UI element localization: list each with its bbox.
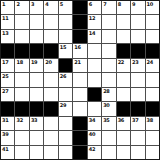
clue-number: 42	[89, 146, 95, 152]
crossword-cell-r7c9[interactable]	[117, 88, 130, 101]
blocked-cell-r8c11	[146, 102, 159, 115]
blocked-cell-r5c5	[59, 59, 72, 72]
crossword-cell-r10c10[interactable]	[131, 131, 144, 144]
clue-number: 15	[60, 44, 66, 50]
clue-number: 5	[60, 1, 63, 7]
crossword-cell-r8c7[interactable]	[88, 102, 101, 115]
blocked-cell-r2c6	[73, 15, 86, 28]
crossword-cell-r9c5[interactable]	[59, 117, 72, 130]
crossword-cell-r7c4[interactable]	[44, 88, 57, 101]
crossword-cell-r2c9[interactable]	[117, 15, 130, 28]
crossword-cell-r7c1[interactable]: 27	[1, 88, 14, 101]
clue-number: 41	[2, 146, 8, 152]
crossword-board: 1234567891011121314151617181920212223242…	[0, 0, 160, 160]
crossword-cell-r6c7[interactable]	[88, 73, 101, 86]
crossword-cell-r6c8[interactable]	[102, 73, 115, 86]
crossword-cell-r9c10[interactable]: 37	[131, 117, 144, 130]
crossword-cell-r7c10[interactable]	[131, 88, 144, 101]
crossword-cell-r5c9[interactable]: 22	[117, 59, 130, 72]
crossword-cell-r7c11[interactable]	[146, 88, 159, 101]
clue-number: 32	[16, 117, 22, 123]
crossword-cell-r10c5[interactable]	[59, 131, 72, 144]
blocked-cell-r4c9	[117, 44, 130, 57]
crossword-cell-r9c3[interactable]: 33	[30, 117, 43, 130]
blocked-cell-r10c6	[73, 131, 86, 144]
crossword-cell-r8c5[interactable]: 29	[59, 102, 72, 115]
crossword-cell-r3c7[interactable]: 14	[88, 30, 101, 43]
clue-number: 33	[31, 117, 37, 123]
crossword-cell-r5c6[interactable]: 21	[73, 59, 86, 72]
crossword-cell-r10c1[interactable]: 39	[1, 131, 14, 144]
crossword-cell-r7c2[interactable]	[15, 88, 28, 101]
crossword-cell-r11c4[interactable]	[44, 146, 57, 159]
crossword-cell-r11c3[interactable]	[30, 146, 43, 159]
clue-number: 3	[31, 1, 34, 7]
crossword-cell-r9c7[interactable]: 34	[88, 117, 101, 130]
blocked-cell-r1c6	[73, 1, 86, 14]
crossword-cell-r6c4[interactable]	[44, 73, 57, 86]
crossword-cell-r2c4[interactable]	[44, 15, 57, 28]
clue-number: 14	[89, 30, 95, 36]
clue-number: 34	[89, 117, 95, 123]
crossword-cell-r7c3[interactable]	[30, 88, 43, 101]
clue-number: 30	[103, 102, 109, 108]
crossword-cell-r1c1[interactable]: 1	[1, 1, 14, 14]
clue-number: 18	[16, 59, 22, 65]
crossword-cell-r2c3[interactable]	[30, 15, 43, 28]
clue-number: 12	[89, 15, 95, 21]
blocked-cell-r8c1	[1, 102, 14, 115]
clue-number: 10	[147, 1, 153, 7]
crossword-cell-r2c2[interactable]	[15, 15, 28, 28]
crossword-cell-r5c2[interactable]: 18	[15, 59, 28, 72]
crossword-cell-r1c3[interactable]: 3	[30, 1, 43, 14]
blocked-cell-r8c3	[30, 102, 43, 115]
crossword-cell-r3c1[interactable]: 13	[1, 30, 14, 43]
crossword-cell-r4c8[interactable]	[102, 44, 115, 57]
clue-number: 9	[132, 1, 135, 7]
clue-number: 20	[45, 59, 51, 65]
blocked-cell-r3c6	[73, 30, 86, 43]
crossword-cell-r3c3[interactable]	[30, 30, 43, 43]
clue-number: 24	[147, 59, 153, 65]
clue-number: 13	[2, 30, 8, 36]
crossword-cell-r11c5[interactable]	[59, 146, 72, 159]
clue-number: 1	[2, 1, 5, 7]
clue-number: 38	[147, 117, 153, 123]
crossword-cell-r10c11[interactable]	[146, 131, 159, 144]
crossword-cell-r5c1[interactable]: 17	[1, 59, 14, 72]
blocked-cell-r4c11	[146, 44, 159, 57]
crossword-cell-r6c10[interactable]	[131, 73, 144, 86]
crossword-cell-r2c8[interactable]	[102, 15, 115, 28]
crossword-cell-r2c10[interactable]	[131, 15, 144, 28]
crossword-cell-r10c9[interactable]	[117, 131, 130, 144]
crossword-cell-r3c10[interactable]	[131, 30, 144, 43]
crossword-cell-r1c4[interactable]: 4	[44, 1, 57, 14]
crossword-cell-r6c11[interactable]	[146, 73, 159, 86]
crossword-cell-r10c2[interactable]	[15, 131, 28, 144]
crossword-cell-r4c7[interactable]	[88, 44, 101, 57]
clue-number: 28	[103, 88, 109, 94]
blocked-cell-r8c9	[117, 102, 130, 115]
blocked-cell-r4c4	[44, 44, 57, 57]
clue-number: 27	[2, 88, 8, 94]
crossword-cell-r10c4[interactable]	[44, 131, 57, 144]
crossword-cell-r2c1[interactable]: 11	[1, 15, 14, 28]
crossword-cell-r7c5[interactable]	[59, 88, 72, 101]
crossword-cell-r5c11[interactable]: 24	[146, 59, 159, 72]
crossword-cell-r11c1[interactable]: 41	[1, 146, 14, 159]
crossword-cell-r11c11[interactable]	[146, 146, 159, 159]
crossword-cell-r3c2[interactable]	[15, 30, 28, 43]
clue-number: 6	[89, 1, 92, 7]
crossword-cell-r4c5[interactable]: 15	[59, 44, 72, 57]
clue-number: 36	[118, 117, 124, 123]
clue-number: 26	[60, 73, 66, 79]
crossword-cell-r8c8[interactable]: 30	[102, 102, 115, 115]
crossword-cell-r7c6[interactable]	[73, 88, 86, 101]
crossword-cell-r1c11[interactable]: 10	[146, 1, 159, 14]
crossword-cell-r5c7[interactable]	[88, 59, 101, 72]
crossword-cell-r3c5[interactable]	[59, 30, 72, 43]
clue-number: 17	[2, 59, 8, 65]
crossword-cell-r1c10[interactable]: 9	[131, 1, 144, 14]
crossword-cell-r3c11[interactable]	[146, 30, 159, 43]
blocked-cell-r4c3	[30, 44, 43, 57]
blocked-cell-r11c6	[73, 146, 86, 159]
clue-number: 21	[74, 59, 80, 65]
blocked-cell-r4c2	[15, 44, 28, 57]
crossword-cell-r9c8[interactable]: 35	[102, 117, 115, 130]
clue-number: 4	[45, 1, 48, 7]
clue-number: 39	[2, 131, 8, 137]
crossword-cell-r7c8[interactable]: 28	[102, 88, 115, 101]
blocked-cell-r8c10	[131, 102, 144, 115]
clue-number: 29	[60, 102, 66, 108]
crossword-cell-r1c9[interactable]: 8	[117, 1, 130, 14]
crossword-cell-r5c10[interactable]: 23	[131, 59, 144, 72]
crossword-cell-r1c7[interactable]: 6	[88, 1, 101, 14]
crossword-cell-r5c3[interactable]: 19	[30, 59, 43, 72]
crossword-cell-r4c6[interactable]: 16	[73, 44, 86, 57]
clue-number: 2	[16, 1, 19, 7]
clue-number: 25	[2, 73, 8, 79]
crossword-cell-r11c9[interactable]	[117, 146, 130, 159]
crossword-cell-r10c7[interactable]: 40	[88, 131, 101, 144]
clue-number: 16	[74, 44, 80, 50]
crossword-cell-r2c7[interactable]: 12	[88, 15, 101, 28]
crossword-cell-r6c5[interactable]: 26	[59, 73, 72, 86]
blocked-cell-r4c1	[1, 44, 14, 57]
crossword-cell-r6c9[interactable]	[117, 73, 130, 86]
clue-number: 19	[31, 59, 37, 65]
crossword-cell-r10c8[interactable]	[102, 131, 115, 144]
clue-number: 31	[2, 117, 8, 123]
crossword-cell-r6c6[interactable]	[73, 73, 86, 86]
crossword-cell-r2c5[interactable]	[59, 15, 72, 28]
crossword-cell-r3c8[interactable]	[102, 30, 115, 43]
crossword-cell-r3c4[interactable]	[44, 30, 57, 43]
crossword-cell-r3c9[interactable]	[117, 30, 130, 43]
crossword-cell-r5c8[interactable]	[102, 59, 115, 72]
crossword-cell-r1c8[interactable]: 7	[102, 1, 115, 14]
clue-number: 11	[2, 15, 8, 21]
crossword-cell-r9c1[interactable]: 31	[1, 117, 14, 130]
crossword-cell-r5c4[interactable]: 20	[44, 59, 57, 72]
crossword-cell-r9c11[interactable]: 38	[146, 117, 159, 130]
clue-number: 40	[89, 131, 95, 137]
crossword-cell-r11c2[interactable]	[15, 146, 28, 159]
blocked-cell-r9c6	[73, 117, 86, 130]
crossword-cell-r11c7[interactable]: 42	[88, 146, 101, 159]
crossword-cell-r9c9[interactable]: 36	[117, 117, 130, 130]
crossword-cell-r2c11[interactable]	[146, 15, 159, 28]
blocked-cell-r8c4	[44, 102, 57, 115]
crossword-cell-r11c10[interactable]	[131, 146, 144, 159]
crossword-cell-r6c3[interactable]	[30, 73, 43, 86]
crossword-cell-r9c4[interactable]	[44, 117, 57, 130]
crossword-cell-r8c6[interactable]	[73, 102, 86, 115]
crossword-cell-r1c5[interactable]: 5	[59, 1, 72, 14]
crossword-cell-r9c2[interactable]: 32	[15, 117, 28, 130]
crossword-cell-r6c2[interactable]	[15, 73, 28, 86]
crossword-cell-r11c8[interactable]	[102, 146, 115, 159]
clue-number: 35	[103, 117, 109, 123]
clue-number: 8	[118, 1, 121, 7]
clue-number: 7	[103, 1, 106, 7]
blocked-cell-r7c7	[88, 88, 101, 101]
blocked-cell-r8c2	[15, 102, 28, 115]
clue-number: 23	[132, 59, 138, 65]
clue-number: 22	[118, 59, 124, 65]
blocked-cell-r4c10	[131, 44, 144, 57]
crossword-cell-r10c3[interactable]	[30, 131, 43, 144]
crossword-cell-r1c2[interactable]: 2	[15, 1, 28, 14]
crossword-cell-r6c1[interactable]: 25	[1, 73, 14, 86]
clue-number: 37	[132, 117, 138, 123]
